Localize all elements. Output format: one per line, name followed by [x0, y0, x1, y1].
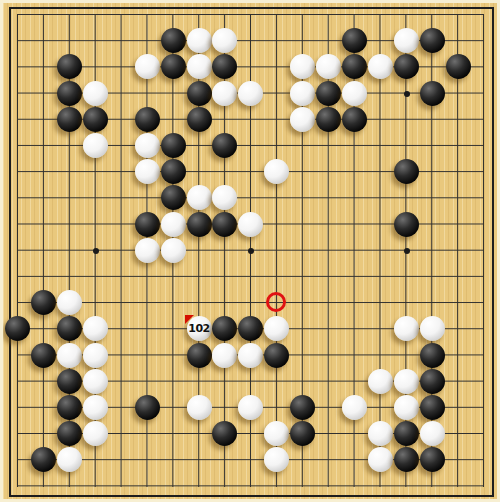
white-stone	[83, 369, 108, 394]
white-stone	[83, 133, 108, 158]
black-stone	[420, 395, 445, 420]
black-stone	[187, 212, 212, 237]
go-board[interactable]: 102	[0, 0, 500, 502]
white-stone	[290, 107, 315, 132]
black-stone	[290, 395, 315, 420]
star-point	[93, 248, 99, 254]
black-stone	[31, 343, 56, 368]
black-stone	[187, 81, 212, 106]
white-stone	[161, 212, 186, 237]
black-stone	[394, 447, 419, 472]
white-stone	[135, 159, 160, 184]
white-stone	[135, 238, 160, 263]
white-stone	[238, 81, 263, 106]
black-stone	[420, 28, 445, 53]
black-stone	[83, 107, 108, 132]
black-stone	[316, 81, 341, 106]
white-stone	[290, 81, 315, 106]
black-stone	[57, 369, 82, 394]
white-stone	[420, 316, 445, 341]
black-stone	[420, 369, 445, 394]
white-stone	[135, 133, 160, 158]
black-stone	[57, 81, 82, 106]
black-stone	[187, 107, 212, 132]
white-stone	[342, 395, 367, 420]
white-stone	[57, 343, 82, 368]
black-stone	[212, 212, 237, 237]
white-stone	[394, 316, 419, 341]
black-stone	[394, 54, 419, 79]
black-stone	[57, 107, 82, 132]
white-stone	[83, 421, 108, 446]
black-stone	[446, 54, 471, 79]
white-stone	[83, 81, 108, 106]
black-stone	[187, 343, 212, 368]
black-stone	[420, 447, 445, 472]
white-stone	[83, 343, 108, 368]
white-stone	[187, 395, 212, 420]
white-stone	[212, 81, 237, 106]
last-move-triangle-marker	[185, 315, 194, 324]
black-stone	[394, 212, 419, 237]
white-stone	[187, 54, 212, 79]
star-point	[404, 248, 410, 254]
black-stone	[161, 185, 186, 210]
black-stone	[161, 28, 186, 53]
white-stone	[238, 343, 263, 368]
black-stone	[57, 395, 82, 420]
black-stone	[161, 133, 186, 158]
white-stone	[368, 421, 393, 446]
white-stone	[342, 81, 367, 106]
white-stone	[238, 212, 263, 237]
black-stone	[161, 54, 186, 79]
black-stone	[135, 395, 160, 420]
white-stone	[394, 28, 419, 53]
black-stone	[342, 107, 367, 132]
black-stone	[420, 81, 445, 106]
black-stone	[161, 159, 186, 184]
white-stone	[212, 343, 237, 368]
star-point	[404, 91, 410, 97]
white-stone	[394, 395, 419, 420]
black-stone	[342, 28, 367, 53]
black-stone	[394, 159, 419, 184]
white-stone	[83, 395, 108, 420]
white-stone	[161, 238, 186, 263]
black-stone	[135, 212, 160, 237]
white-stone	[420, 421, 445, 446]
white-stone	[135, 54, 160, 79]
white-stone	[187, 185, 212, 210]
white-stone	[187, 28, 212, 53]
white-stone	[394, 369, 419, 394]
black-stone	[264, 343, 289, 368]
black-stone	[394, 421, 419, 446]
white-stone	[368, 369, 393, 394]
black-stone	[135, 107, 160, 132]
black-stone	[316, 107, 341, 132]
black-stone	[420, 343, 445, 368]
